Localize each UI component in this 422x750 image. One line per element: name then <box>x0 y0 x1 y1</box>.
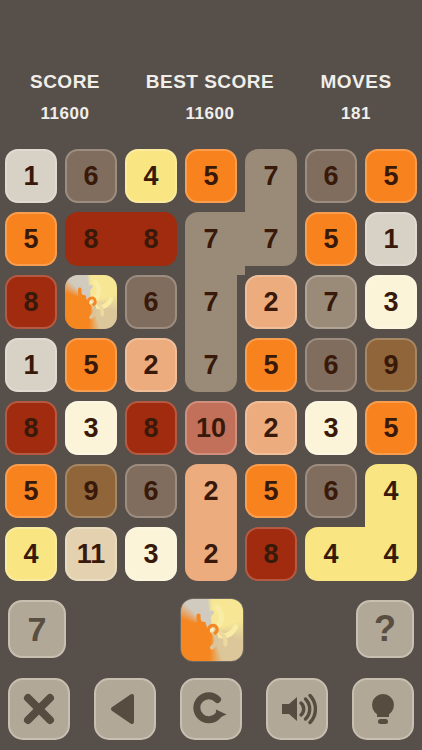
tile-r6c7[interactable]: 4 <box>365 464 417 527</box>
best-score-value: 11600 <box>130 104 290 124</box>
tile-r6c3[interactable]: 6 <box>125 464 177 518</box>
tile-r2c6[interactable]: 5 <box>305 212 357 266</box>
tile-r1c2[interactable]: 6 <box>65 149 117 203</box>
back-arrow-icon <box>105 689 145 729</box>
tile-r7c1[interactable]: 4 <box>5 527 57 581</box>
tile-r6c6[interactable]: 6 <box>305 464 357 518</box>
tile-r6c2[interactable]: 9 <box>65 464 117 518</box>
moves-value: 181 <box>290 104 422 124</box>
game-board: 164576558877518 672731527569838102355962… <box>0 149 422 581</box>
tile-r1c4[interactable]: 5 <box>185 149 237 203</box>
tile-r5c6[interactable]: 3 <box>305 401 357 455</box>
tile-r4c2[interactable]: 5 <box>65 338 117 392</box>
tile-r2c5[interactable]: 7 <box>245 212 297 266</box>
score-stat: SCORE 11600 <box>0 71 130 124</box>
score-label: SCORE <box>0 71 130 93</box>
close-icon <box>19 689 59 729</box>
tile-r5c2[interactable]: 3 <box>65 401 117 455</box>
tile-r3c5[interactable]: 2 <box>245 275 297 329</box>
tile-r7c4[interactable]: 2 <box>185 527 237 581</box>
tile-r4c5[interactable]: 5 <box>245 338 297 392</box>
tile-r7c6[interactable]: 4 <box>305 527 365 581</box>
swirl-icon <box>181 599 243 661</box>
tile-r1c7[interactable]: 5 <box>365 149 417 203</box>
tile-r7c2[interactable]: 11 <box>65 527 117 581</box>
tile-r2c4[interactable]: 7 <box>185 212 245 275</box>
wildcard-tile[interactable] <box>65 275 117 329</box>
tile-r3c4[interactable]: 7 <box>185 275 237 338</box>
next-tile-preview[interactable]: 7 <box>8 600 66 658</box>
tile-r1c5[interactable]: 7 <box>245 149 297 212</box>
swirl-icon <box>65 275 117 329</box>
moves-label: MOVES <box>290 71 422 93</box>
sound-button[interactable] <box>266 678 328 740</box>
hint-button[interactable] <box>352 678 414 740</box>
tile-r5c7[interactable]: 5 <box>365 401 417 455</box>
tile-r6c1[interactable]: 5 <box>5 464 57 518</box>
restart-button[interactable] <box>180 678 242 740</box>
score-value: 11600 <box>0 104 130 124</box>
tile-r5c3[interactable]: 8 <box>125 401 177 455</box>
tile-r1c3[interactable]: 4 <box>125 149 177 203</box>
best-score-stat: BEST SCORE 11600 <box>130 71 290 124</box>
next-tile-value: 7 <box>28 610 47 649</box>
swirl-wildcard-graphic <box>181 599 243 661</box>
tile-r5c5[interactable]: 2 <box>245 401 297 455</box>
undo-button[interactable] <box>94 678 156 740</box>
tile-r7c3[interactable]: 3 <box>125 527 177 581</box>
tray-row: 7 ? <box>0 598 422 662</box>
restart-icon <box>191 689 231 729</box>
tile-r6c5[interactable]: 5 <box>245 464 297 518</box>
tile-r2c2[interactable]: 8 <box>65 212 125 266</box>
tile-r3c6[interactable]: 7 <box>305 275 357 329</box>
tile-r7c5[interactable]: 8 <box>245 527 297 581</box>
lightbulb-icon <box>363 689 403 729</box>
moves-stat: MOVES 181 <box>290 71 422 124</box>
tile-r3c3[interactable]: 6 <box>125 275 177 329</box>
tile-r5c1[interactable]: 8 <box>5 401 57 455</box>
tile-r4c3[interactable]: 2 <box>125 338 177 392</box>
help-label: ? <box>374 608 396 650</box>
tile-r6c4[interactable]: 2 <box>185 464 237 527</box>
tile-r1c6[interactable]: 6 <box>305 149 357 203</box>
speaker-icon <box>277 689 317 729</box>
best-score-label: BEST SCORE <box>130 71 290 93</box>
tile-r1c1[interactable]: 1 <box>5 149 57 203</box>
tile-r4c7[interactable]: 9 <box>365 338 417 392</box>
tile-r2c3[interactable]: 8 <box>125 212 177 266</box>
tile-r4c1[interactable]: 1 <box>5 338 57 392</box>
close-button[interactable] <box>8 678 70 740</box>
tile-r2c1[interactable]: 5 <box>5 212 57 266</box>
tile-r3c7[interactable]: 3 <box>365 275 417 329</box>
tile-r7c7[interactable]: 4 <box>365 527 417 581</box>
control-bar <box>0 678 422 740</box>
tile-r4c6[interactable]: 6 <box>305 338 357 392</box>
tile-r4c4[interactable]: 7 <box>185 338 237 392</box>
tile-r2c7[interactable]: 1 <box>365 212 417 266</box>
tile-r3c1[interactable]: 8 <box>5 275 57 329</box>
tile-r5c4[interactable]: 10 <box>185 401 237 455</box>
swirl-wildcard-graphic <box>65 275 117 329</box>
help-button[interactable]: ? <box>356 600 414 658</box>
score-header: SCORE 11600 BEST SCORE 11600 MOVES 181 <box>0 71 422 124</box>
next-wildcard-tile[interactable] <box>180 598 244 662</box>
